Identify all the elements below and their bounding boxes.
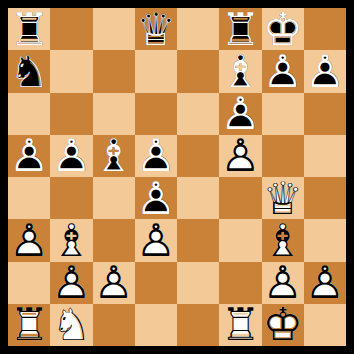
white-queen-glyph: ♛ <box>262 177 304 219</box>
square-c5[interactable]: ♝♗ <box>93 135 135 177</box>
square-f8[interactable]: ♜♖ <box>219 8 261 50</box>
square-d7[interactable] <box>135 50 177 92</box>
square-d4[interactable]: ♟♙ <box>135 177 177 219</box>
white-king-glyph: ♚ <box>262 304 304 346</box>
square-b2[interactable]: ♟♙ <box>50 262 92 304</box>
square-d2[interactable] <box>135 262 177 304</box>
white-knight-outline: ♘ <box>50 304 92 346</box>
square-d1[interactable] <box>135 304 177 346</box>
white-knight-glyph: ♞ <box>50 304 92 346</box>
square-h7[interactable]: ♟♙ <box>304 50 346 92</box>
square-g8[interactable]: ♚♔ <box>262 8 304 50</box>
square-f7[interactable]: ♝♗ <box>219 50 261 92</box>
white-queen[interactable]: ♛♕ <box>262 177 304 219</box>
white-pawn[interactable]: ♟♙ <box>219 135 261 177</box>
white-bishop-outline: ♗ <box>50 219 92 261</box>
square-b3[interactable]: ♝♗ <box>50 219 92 261</box>
black-knight-outline: ♘ <box>8 50 50 92</box>
white-rook-glyph: ♜ <box>8 304 50 346</box>
black-bishop-glyph: ♝ <box>93 135 135 177</box>
square-a3[interactable]: ♟♙ <box>8 219 50 261</box>
black-rook[interactable]: ♜♖ <box>8 8 50 50</box>
white-pawn[interactable]: ♟♙ <box>304 262 346 304</box>
square-e5[interactable] <box>177 135 219 177</box>
square-f1[interactable]: ♜♖ <box>219 304 261 346</box>
white-queen-outline: ♕ <box>262 177 304 219</box>
black-pawn[interactable]: ♟♙ <box>8 135 50 177</box>
black-pawn-outline: ♙ <box>135 177 177 219</box>
white-pawn-glyph: ♟ <box>304 262 346 304</box>
black-bishop[interactable]: ♝♗ <box>93 135 135 177</box>
square-a8[interactable]: ♜♖ <box>8 8 50 50</box>
black-knight[interactable]: ♞♘ <box>8 50 50 92</box>
square-e6[interactable] <box>177 93 219 135</box>
square-f6[interactable]: ♟♙ <box>219 93 261 135</box>
white-pawn-glyph: ♟ <box>50 262 92 304</box>
black-pawn-outline: ♙ <box>262 50 304 92</box>
white-pawn-glyph: ♟ <box>93 262 135 304</box>
square-b7[interactable] <box>50 50 92 92</box>
square-b4[interactable] <box>50 177 92 219</box>
black-rook-glyph: ♜ <box>8 8 50 50</box>
square-h4[interactable] <box>304 177 346 219</box>
white-rook-glyph: ♜ <box>219 304 261 346</box>
white-bishop-outline: ♗ <box>262 219 304 261</box>
square-h2[interactable]: ♟♙ <box>304 262 346 304</box>
black-pawn-glyph: ♟ <box>219 93 261 135</box>
square-b8[interactable] <box>50 8 92 50</box>
black-pawn-outline: ♙ <box>135 135 177 177</box>
square-a4[interactable] <box>8 177 50 219</box>
square-a7[interactable]: ♞♘ <box>8 50 50 92</box>
square-d3[interactable]: ♟♙ <box>135 219 177 261</box>
black-king-glyph: ♚ <box>262 8 304 50</box>
black-rook[interactable]: ♜♖ <box>219 8 261 50</box>
white-rook[interactable]: ♜♖ <box>219 304 261 346</box>
white-pawn-outline: ♙ <box>135 219 177 261</box>
white-pawn-outline: ♙ <box>304 262 346 304</box>
white-pawn-glyph: ♟ <box>219 135 261 177</box>
black-pawn[interactable]: ♟♙ <box>50 135 92 177</box>
black-pawn-outline: ♙ <box>304 50 346 92</box>
white-pawn-outline: ♙ <box>8 219 50 261</box>
square-b5[interactable]: ♟♙ <box>50 135 92 177</box>
square-c4[interactable] <box>93 177 135 219</box>
white-knight[interactable]: ♞♘ <box>50 304 92 346</box>
black-pawn[interactable]: ♟♙ <box>135 177 177 219</box>
square-b1[interactable]: ♞♘ <box>50 304 92 346</box>
black-rook-glyph: ♜ <box>219 8 261 50</box>
black-pawn-glyph: ♟ <box>262 50 304 92</box>
square-d6[interactable] <box>135 93 177 135</box>
square-g5[interactable] <box>262 135 304 177</box>
white-pawn-glyph: ♟ <box>262 262 304 304</box>
black-pawn[interactable]: ♟♙ <box>135 135 177 177</box>
square-g6[interactable] <box>262 93 304 135</box>
square-c6[interactable] <box>93 93 135 135</box>
square-g4[interactable]: ♛♕ <box>262 177 304 219</box>
board-frame: ♜♖♛♕♜♖♚♔♞♘♝♗♟♙♟♙♟♙♟♙♟♙♝♗♟♙♟♙♟♙♛♕♟♙♝♗♟♙♝♗… <box>0 0 354 354</box>
square-f3[interactable] <box>219 219 261 261</box>
black-bishop-glyph: ♝ <box>219 50 261 92</box>
square-g3[interactable]: ♝♗ <box>262 219 304 261</box>
black-pawn[interactable]: ♟♙ <box>304 50 346 92</box>
black-knight-glyph: ♞ <box>8 50 50 92</box>
black-pawn-glyph: ♟ <box>135 177 177 219</box>
white-pawn-glyph: ♟ <box>8 219 50 261</box>
square-e7[interactable] <box>177 50 219 92</box>
white-pawn[interactable]: ♟♙ <box>8 219 50 261</box>
black-queen-outline: ♕ <box>135 8 177 50</box>
white-king[interactable]: ♚♔ <box>262 304 304 346</box>
square-f4[interactable] <box>219 177 261 219</box>
black-pawn-glyph: ♟ <box>135 135 177 177</box>
square-g7[interactable]: ♟♙ <box>262 50 304 92</box>
black-bishop-outline: ♗ <box>93 135 135 177</box>
black-king-outline: ♔ <box>262 8 304 50</box>
square-e8[interactable] <box>177 8 219 50</box>
white-pawn[interactable]: ♟♙ <box>262 262 304 304</box>
white-rook-outline: ♖ <box>8 304 50 346</box>
square-h8[interactable] <box>304 8 346 50</box>
white-bishop[interactable]: ♝♗ <box>262 219 304 261</box>
square-a1[interactable]: ♜♖ <box>8 304 50 346</box>
square-b6[interactable] <box>50 93 92 135</box>
square-c2[interactable]: ♟♙ <box>93 262 135 304</box>
square-f5[interactable]: ♟♙ <box>219 135 261 177</box>
white-bishop-glyph: ♝ <box>50 219 92 261</box>
black-pawn-outline: ♙ <box>219 93 261 135</box>
square-e2[interactable] <box>177 262 219 304</box>
square-a2[interactable] <box>8 262 50 304</box>
square-c3[interactable] <box>93 219 135 261</box>
square-c8[interactable] <box>93 8 135 50</box>
black-queen[interactable]: ♛♕ <box>135 8 177 50</box>
white-pawn-outline: ♙ <box>219 135 261 177</box>
black-bishop[interactable]: ♝♗ <box>219 50 261 92</box>
square-h6[interactable] <box>304 93 346 135</box>
black-pawn-glyph: ♟ <box>50 135 92 177</box>
white-pawn-outline: ♙ <box>262 262 304 304</box>
square-a5[interactable]: ♟♙ <box>8 135 50 177</box>
white-pawn-glyph: ♟ <box>135 219 177 261</box>
black-queen-glyph: ♛ <box>135 8 177 50</box>
square-e3[interactable] <box>177 219 219 261</box>
black-pawn[interactable]: ♟♙ <box>262 50 304 92</box>
square-d8[interactable]: ♛♕ <box>135 8 177 50</box>
square-c1[interactable] <box>93 304 135 346</box>
square-f2[interactable] <box>219 262 261 304</box>
white-bishop-glyph: ♝ <box>262 219 304 261</box>
white-king-outline: ♔ <box>262 304 304 346</box>
square-a6[interactable] <box>8 93 50 135</box>
square-e4[interactable] <box>177 177 219 219</box>
white-pawn[interactable]: ♟♙ <box>135 219 177 261</box>
white-pawn-outline: ♙ <box>50 262 92 304</box>
square-g1[interactable]: ♚♔ <box>262 304 304 346</box>
square-h1[interactable] <box>304 304 346 346</box>
black-pawn-glyph: ♟ <box>8 135 50 177</box>
white-pawn[interactable]: ♟♙ <box>50 262 92 304</box>
square-d5[interactable]: ♟♙ <box>135 135 177 177</box>
black-pawn-outline: ♙ <box>50 135 92 177</box>
chess-board: ♜♖♛♕♜♖♚♔♞♘♝♗♟♙♟♙♟♙♟♙♟♙♝♗♟♙♟♙♟♙♛♕♟♙♝♗♟♙♝♗… <box>8 8 346 346</box>
white-pawn[interactable]: ♟♙ <box>93 262 135 304</box>
white-rook-outline: ♖ <box>219 304 261 346</box>
black-bishop-outline: ♗ <box>219 50 261 92</box>
black-king[interactable]: ♚♔ <box>262 8 304 50</box>
square-h5[interactable] <box>304 135 346 177</box>
black-pawn-outline: ♙ <box>8 135 50 177</box>
black-pawn-glyph: ♟ <box>304 50 346 92</box>
white-bishop[interactable]: ♝♗ <box>50 219 92 261</box>
square-h3[interactable] <box>304 219 346 261</box>
black-pawn[interactable]: ♟♙ <box>219 93 261 135</box>
square-e1[interactable] <box>177 304 219 346</box>
white-pawn-outline: ♙ <box>93 262 135 304</box>
black-rook-outline: ♖ <box>8 8 50 50</box>
black-rook-outline: ♖ <box>219 8 261 50</box>
white-rook[interactable]: ♜♖ <box>8 304 50 346</box>
square-c7[interactable] <box>93 50 135 92</box>
square-g2[interactable]: ♟♙ <box>262 262 304 304</box>
